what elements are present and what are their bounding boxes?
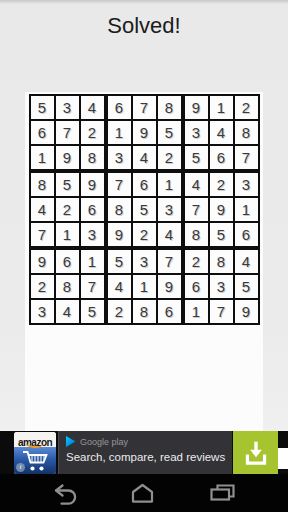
cell-r2c1[interactable]: 6	[31, 121, 54, 144]
google-play-icon	[66, 436, 76, 447]
sudoku-box: 761853924	[108, 173, 181, 246]
cell-r6c7[interactable]: 8	[185, 223, 208, 246]
cell-r5c4[interactable]: 8	[108, 198, 131, 221]
sudoku-box: 678195342	[108, 96, 181, 169]
cell-r6c5[interactable]: 2	[133, 223, 156, 246]
cell-r8c7[interactable]: 6	[185, 275, 208, 298]
google-play-badge: Google play	[66, 436, 232, 447]
cell-r6c8[interactable]: 5	[210, 223, 233, 246]
cell-r2c6[interactable]: 5	[158, 121, 181, 144]
cell-r9c4[interactable]: 2	[108, 300, 131, 323]
google-play-label: Google play	[80, 437, 128, 447]
sudoku-box: 537419286	[108, 250, 181, 323]
shopping-cart-icon	[21, 449, 49, 473]
cell-r7c9[interactable]: 4	[235, 250, 258, 273]
amazon-logo-area: amazon	[14, 432, 56, 447]
cell-r2c7[interactable]: 3	[185, 121, 208, 144]
cell-r1c5[interactable]: 7	[133, 96, 156, 119]
cell-r4c6[interactable]: 1	[158, 173, 181, 196]
cell-r3c9[interactable]: 7	[235, 146, 258, 169]
cell-r7c1[interactable]: 9	[31, 250, 54, 273]
recents-icon[interactable]	[209, 483, 236, 502]
cell-r7c8[interactable]: 8	[210, 250, 233, 273]
sudoku-box: 961287345	[31, 250, 104, 323]
cell-r4c5[interactable]: 6	[133, 173, 156, 196]
cell-r5c8[interactable]: 9	[210, 198, 233, 221]
cell-r3c3[interactable]: 8	[81, 146, 104, 169]
cell-r1c9[interactable]: 2	[235, 96, 258, 119]
app-screen: Solved! 534672198 678195342 912348567 85…	[0, 0, 288, 512]
cell-r1c3[interactable]: 4	[81, 96, 104, 119]
cell-r3c1[interactable]: 1	[31, 146, 54, 169]
cell-r4c1[interactable]: 8	[31, 173, 54, 196]
ad-right-gap	[278, 448, 288, 469]
cell-r8c9[interactable]: 5	[235, 275, 258, 298]
cell-r9c1[interactable]: 3	[31, 300, 54, 323]
cell-r9c5[interactable]: 8	[133, 300, 156, 323]
ad-info-letter: i	[20, 463, 22, 471]
cell-r2c9[interactable]: 8	[235, 121, 258, 144]
download-button[interactable]	[233, 431, 278, 474]
cell-r4c3[interactable]: 9	[81, 173, 104, 196]
cell-r3c2[interactable]: 9	[56, 146, 79, 169]
cell-r9c7[interactable]: 1	[185, 300, 208, 323]
cell-r6c3[interactable]: 3	[81, 223, 104, 246]
amazon-app-icon[interactable]: amazon i	[14, 432, 56, 474]
cell-r3c5[interactable]: 4	[133, 146, 156, 169]
cell-r5c5[interactable]: 5	[133, 198, 156, 221]
board-panel: 534672198 678195342 912348567 859426713 …	[25, 92, 263, 431]
cell-r3c4[interactable]: 3	[108, 146, 131, 169]
cell-r3c8[interactable]: 6	[210, 146, 233, 169]
cell-r3c6[interactable]: 2	[158, 146, 181, 169]
cell-r5c3[interactable]: 6	[81, 198, 104, 221]
home-icon[interactable]	[129, 483, 156, 503]
cell-r3c7[interactable]: 5	[185, 146, 208, 169]
cell-r6c2[interactable]: 1	[56, 223, 79, 246]
cell-r1c1[interactable]: 5	[31, 96, 54, 119]
status-title: Solved!	[0, 13, 288, 39]
cell-r7c3[interactable]: 1	[81, 250, 104, 273]
cell-r9c2[interactable]: 4	[56, 300, 79, 323]
cell-r1c7[interactable]: 9	[185, 96, 208, 119]
ad-headline: Search, compare, read reviews	[66, 451, 232, 463]
cell-r5c1[interactable]: 4	[31, 198, 54, 221]
cell-r7c6[interactable]: 7	[158, 250, 181, 273]
cell-r4c2[interactable]: 5	[56, 173, 79, 196]
cell-r8c8[interactable]: 3	[210, 275, 233, 298]
cell-r9c8[interactable]: 7	[210, 300, 233, 323]
cell-r7c5[interactable]: 3	[133, 250, 156, 273]
cell-r2c4[interactable]: 1	[108, 121, 131, 144]
sudoku-grid: 534672198 678195342 912348567 859426713 …	[29, 94, 260, 325]
sudoku-box: 423791856	[185, 173, 258, 246]
ad-info-icon[interactable]: i	[16, 463, 25, 472]
cell-r1c4[interactable]: 6	[108, 96, 131, 119]
cell-r7c4[interactable]: 5	[108, 250, 131, 273]
cell-r8c6[interactable]: 9	[158, 275, 181, 298]
cell-r4c7[interactable]: 4	[185, 173, 208, 196]
ad-banner[interactable]: amazon i	[0, 431, 288, 474]
cell-r9c3[interactable]: 5	[81, 300, 104, 323]
cell-r9c6[interactable]: 6	[158, 300, 181, 323]
cell-r8c2[interactable]: 8	[56, 275, 79, 298]
android-navbar	[0, 474, 288, 512]
sudoku-box: 859426713	[31, 173, 104, 246]
cell-r1c8[interactable]: 1	[210, 96, 233, 119]
sudoku-box: 534672198	[31, 96, 104, 169]
back-icon[interactable]	[52, 483, 78, 506]
cell-r5c6[interactable]: 3	[158, 198, 181, 221]
cell-r4c4[interactable]: 7	[108, 173, 131, 196]
cell-r7c7[interactable]: 2	[185, 250, 208, 273]
cell-r6c6[interactable]: 4	[158, 223, 181, 246]
sudoku-box: 284635179	[185, 250, 258, 323]
cell-r6c4[interactable]: 9	[108, 223, 131, 246]
cell-r6c9[interactable]: 6	[235, 223, 258, 246]
cell-r4c9[interactable]: 3	[235, 173, 258, 196]
cell-r5c7[interactable]: 7	[185, 198, 208, 221]
cell-r8c3[interactable]: 7	[81, 275, 104, 298]
cell-r2c3[interactable]: 2	[81, 121, 104, 144]
cell-r7c2[interactable]: 6	[56, 250, 79, 273]
cell-r4c8[interactable]: 2	[210, 173, 233, 196]
cell-r5c2[interactable]: 2	[56, 198, 79, 221]
cell-r1c6[interactable]: 8	[158, 96, 181, 119]
cell-r2c5[interactable]: 9	[133, 121, 156, 144]
cell-r5c9[interactable]: 1	[235, 198, 258, 221]
cell-r8c5[interactable]: 1	[133, 275, 156, 298]
cell-r6c1[interactable]: 7	[31, 223, 54, 246]
cell-r8c4[interactable]: 4	[108, 275, 131, 298]
cell-r8c1[interactable]: 2	[31, 275, 54, 298]
download-icon	[241, 438, 271, 468]
ad-content[interactable]: Google play Search, compare, read review…	[58, 431, 232, 474]
cell-r2c2[interactable]: 7	[56, 121, 79, 144]
sudoku-box: 912348567	[185, 96, 258, 169]
cell-r2c8[interactable]: 4	[210, 121, 233, 144]
cell-r9c9[interactable]: 9	[235, 300, 258, 323]
cell-r1c2[interactable]: 3	[56, 96, 79, 119]
